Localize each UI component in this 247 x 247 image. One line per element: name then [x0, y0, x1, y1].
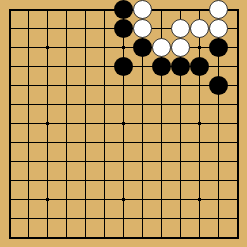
intersection[interactable]: [228, 19, 247, 38]
intersection[interactable]: [57, 209, 76, 228]
intersection[interactable]: [133, 228, 152, 247]
intersection[interactable]: [133, 76, 152, 95]
intersection[interactable]: [209, 171, 228, 190]
intersection[interactable]: [95, 38, 114, 57]
intersection[interactable]: [57, 0, 76, 19]
intersection[interactable]: [133, 209, 152, 228]
intersection[interactable]: [228, 228, 247, 247]
black-stone[interactable]: [171, 57, 190, 76]
intersection[interactable]: [171, 19, 190, 38]
intersection[interactable]: [38, 0, 57, 19]
intersection[interactable]: [19, 76, 38, 95]
intersection[interactable]: [57, 190, 76, 209]
intersection[interactable]: [0, 0, 19, 19]
intersection[interactable]: [228, 57, 247, 76]
intersection[interactable]: [152, 171, 171, 190]
black-stone[interactable]: [114, 0, 133, 19]
intersection[interactable]: [19, 171, 38, 190]
intersection[interactable]: [19, 95, 38, 114]
intersection[interactable]: [57, 38, 76, 57]
intersection[interactable]: [95, 76, 114, 95]
intersection[interactable]: [0, 133, 19, 152]
intersection[interactable]: [114, 114, 133, 133]
intersection[interactable]: [228, 95, 247, 114]
intersection[interactable]: [228, 114, 247, 133]
intersection[interactable]: [19, 133, 38, 152]
intersection[interactable]: [190, 95, 209, 114]
intersection[interactable]: [19, 209, 38, 228]
intersection[interactable]: [190, 152, 209, 171]
intersection[interactable]: [133, 152, 152, 171]
intersection[interactable]: [152, 0, 171, 19]
intersection[interactable]: [171, 209, 190, 228]
white-stone[interactable]: [152, 38, 171, 57]
intersection[interactable]: [209, 152, 228, 171]
intersection[interactable]: [95, 57, 114, 76]
intersection[interactable]: [114, 209, 133, 228]
intersection[interactable]: [0, 76, 19, 95]
white-stone[interactable]: [209, 19, 228, 38]
intersection[interactable]: [190, 209, 209, 228]
intersection[interactable]: [38, 190, 57, 209]
intersection[interactable]: [57, 228, 76, 247]
intersection[interactable]: [171, 152, 190, 171]
intersection[interactable]: [171, 190, 190, 209]
intersection[interactable]: [228, 171, 247, 190]
intersection[interactable]: [0, 171, 19, 190]
intersection[interactable]: [209, 95, 228, 114]
intersection[interactable]: [19, 114, 38, 133]
intersection[interactable]: [57, 133, 76, 152]
intersection[interactable]: [114, 190, 133, 209]
intersection[interactable]: [228, 190, 247, 209]
intersection[interactable]: [190, 228, 209, 247]
intersection[interactable]: [133, 133, 152, 152]
intersection[interactable]: [19, 38, 38, 57]
intersection[interactable]: [209, 190, 228, 209]
intersection[interactable]: [209, 0, 228, 19]
intersection[interactable]: [38, 38, 57, 57]
go-diagram: [0, 0, 247, 247]
intersection[interactable]: [209, 19, 228, 38]
white-stone[interactable]: [171, 38, 190, 57]
intersection[interactable]: [95, 19, 114, 38]
white-stone[interactable]: [133, 19, 152, 38]
intersection[interactable]: [152, 95, 171, 114]
intersection[interactable]: [114, 0, 133, 19]
intersection[interactable]: [209, 57, 228, 76]
intersection[interactable]: [95, 114, 114, 133]
intersection[interactable]: [190, 171, 209, 190]
black-stone[interactable]: [114, 57, 133, 76]
intersection[interactable]: [76, 209, 95, 228]
intersection[interactable]: [133, 114, 152, 133]
black-stone[interactable]: [133, 38, 152, 57]
intersection[interactable]: [228, 38, 247, 57]
intersection[interactable]: [0, 228, 19, 247]
intersection[interactable]: [0, 114, 19, 133]
intersection[interactable]: [228, 0, 247, 19]
intersection[interactable]: [76, 133, 95, 152]
intersection[interactable]: [133, 190, 152, 209]
intersection[interactable]: [95, 0, 114, 19]
intersection[interactable]: [209, 114, 228, 133]
intersection[interactable]: [171, 57, 190, 76]
intersection[interactable]: [57, 95, 76, 114]
intersection[interactable]: [38, 171, 57, 190]
intersection[interactable]: [57, 171, 76, 190]
intersection[interactable]: [190, 57, 209, 76]
white-stone[interactable]: [171, 19, 190, 38]
intersection[interactable]: [114, 76, 133, 95]
intersection[interactable]: [171, 95, 190, 114]
intersection[interactable]: [190, 0, 209, 19]
intersection[interactable]: [190, 38, 209, 57]
intersection[interactable]: [152, 19, 171, 38]
intersection[interactable]: [38, 152, 57, 171]
intersection[interactable]: [152, 228, 171, 247]
intersection[interactable]: [38, 95, 57, 114]
intersection[interactable]: [95, 171, 114, 190]
intersection[interactable]: [133, 38, 152, 57]
intersection[interactable]: [209, 133, 228, 152]
intersection[interactable]: [76, 190, 95, 209]
intersection[interactable]: [133, 171, 152, 190]
intersection[interactable]: [171, 171, 190, 190]
go-board[interactable]: [0, 0, 247, 247]
intersection[interactable]: [57, 152, 76, 171]
intersection[interactable]: [19, 228, 38, 247]
intersection[interactable]: [152, 114, 171, 133]
intersection[interactable]: [114, 38, 133, 57]
intersection[interactable]: [76, 57, 95, 76]
intersection[interactable]: [76, 114, 95, 133]
intersection[interactable]: [152, 209, 171, 228]
intersection[interactable]: [114, 19, 133, 38]
intersection[interactable]: [114, 133, 133, 152]
white-stone[interactable]: [190, 19, 209, 38]
intersection[interactable]: [95, 190, 114, 209]
intersection[interactable]: [114, 95, 133, 114]
intersection[interactable]: [209, 38, 228, 57]
intersection[interactable]: [171, 38, 190, 57]
intersection[interactable]: [228, 133, 247, 152]
intersection[interactable]: [171, 0, 190, 19]
intersection[interactable]: [95, 133, 114, 152]
intersection[interactable]: [38, 57, 57, 76]
intersection[interactable]: [19, 152, 38, 171]
intersection[interactable]: [95, 228, 114, 247]
intersection[interactable]: [95, 152, 114, 171]
intersection[interactable]: [209, 209, 228, 228]
intersection[interactable]: [133, 0, 152, 19]
intersection[interactable]: [38, 19, 57, 38]
black-stone[interactable]: [209, 38, 228, 57]
intersection[interactable]: [57, 57, 76, 76]
intersection[interactable]: [114, 57, 133, 76]
intersection[interactable]: [76, 38, 95, 57]
intersection[interactable]: [133, 95, 152, 114]
intersection[interactable]: [38, 209, 57, 228]
intersection[interactable]: [152, 38, 171, 57]
intersection[interactable]: [76, 19, 95, 38]
intersection[interactable]: [19, 190, 38, 209]
intersection[interactable]: [38, 228, 57, 247]
intersection[interactable]: [38, 133, 57, 152]
intersection[interactable]: [171, 133, 190, 152]
black-stone[interactable]: [152, 57, 171, 76]
intersection[interactable]: [171, 114, 190, 133]
intersection[interactable]: [57, 114, 76, 133]
intersection[interactable]: [76, 228, 95, 247]
intersection[interactable]: [171, 76, 190, 95]
intersection[interactable]: [228, 209, 247, 228]
intersection[interactable]: [152, 133, 171, 152]
intersection[interactable]: [0, 57, 19, 76]
white-stone[interactable]: [209, 0, 228, 19]
intersection[interactable]: [190, 133, 209, 152]
intersection[interactable]: [152, 152, 171, 171]
intersection[interactable]: [228, 152, 247, 171]
intersection[interactable]: [76, 152, 95, 171]
intersection[interactable]: [0, 95, 19, 114]
black-stone[interactable]: [209, 76, 228, 95]
intersection[interactable]: [133, 57, 152, 76]
black-stone[interactable]: [114, 19, 133, 38]
intersection[interactable]: [76, 76, 95, 95]
intersection[interactable]: [76, 95, 95, 114]
intersection[interactable]: [38, 114, 57, 133]
intersection[interactable]: [95, 209, 114, 228]
intersection[interactable]: [0, 19, 19, 38]
intersection[interactable]: [209, 228, 228, 247]
intersection[interactable]: [190, 114, 209, 133]
intersection[interactable]: [114, 228, 133, 247]
black-stone[interactable]: [190, 57, 209, 76]
intersection[interactable]: [152, 190, 171, 209]
intersection[interactable]: [76, 0, 95, 19]
intersection[interactable]: [76, 171, 95, 190]
intersection[interactable]: [38, 76, 57, 95]
intersection[interactable]: [152, 76, 171, 95]
intersection[interactable]: [114, 152, 133, 171]
intersection[interactable]: [57, 19, 76, 38]
intersection[interactable]: [19, 57, 38, 76]
intersection[interactable]: [152, 57, 171, 76]
intersection[interactable]: [19, 19, 38, 38]
intersection[interactable]: [19, 0, 38, 19]
white-stone[interactable]: [133, 0, 152, 19]
intersection[interactable]: [95, 95, 114, 114]
intersection[interactable]: [190, 190, 209, 209]
intersection[interactable]: [0, 152, 19, 171]
intersection[interactable]: [228, 76, 247, 95]
intersection[interactable]: [57, 76, 76, 95]
intersection[interactable]: [114, 171, 133, 190]
intersection[interactable]: [133, 19, 152, 38]
intersection[interactable]: [0, 209, 19, 228]
intersection[interactable]: [190, 76, 209, 95]
intersection[interactable]: [190, 19, 209, 38]
intersection[interactable]: [171, 228, 190, 247]
intersection[interactable]: [209, 76, 228, 95]
intersection[interactable]: [0, 38, 19, 57]
intersection[interactable]: [0, 190, 19, 209]
